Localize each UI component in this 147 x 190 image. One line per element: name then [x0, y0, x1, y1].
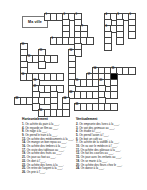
- crossword-grid: 1234567891011121314151617181920212223242…: [15, 14, 141, 116]
- clue-number: 21: [33, 86, 36, 89]
- clue-number: 26: [39, 110, 42, 113]
- clue-number: 9: [51, 38, 52, 41]
- clue-number: 23: [15, 98, 18, 101]
- clue-number: 15: [111, 68, 114, 71]
- void-cell: [135, 110, 141, 116]
- clue-number: 3: [75, 14, 76, 17]
- clue-number: 16: [21, 74, 24, 77]
- clue-number: 20: [99, 80, 102, 83]
- clue-number: 2: [63, 14, 64, 17]
- down-clue-list: 2. On emprunte des livres à la ___.3. On…: [76, 123, 138, 171]
- worksheet-page: Ma ville 1234567891011121314151617181920…: [0, 0, 147, 190]
- across-clue-list: 1. On achète du pain à la ___.4. On rega…: [22, 123, 74, 174]
- clue-number: 19: [75, 80, 78, 83]
- clue-number: 24: [63, 98, 66, 101]
- clue-number: 10: [21, 44, 24, 47]
- clue-number: 12: [69, 50, 72, 53]
- clue-number: 11: [39, 50, 42, 53]
- clue-number: 13: [27, 56, 30, 59]
- clue-number: 4: [105, 14, 106, 17]
- across-clues: Horizontalement 1. On achète du pain à l…: [22, 118, 74, 175]
- clue-number: 14: [93, 68, 96, 71]
- clue-across-26: 26. On prie à l'___.: [22, 171, 74, 174]
- clue-number: 1: [45, 14, 46, 17]
- clue-number: 25: [75, 104, 78, 107]
- clue-number: 5: [117, 14, 118, 17]
- down-clues: Verticalement 2. On emprunte des livres …: [76, 118, 138, 171]
- clue-number: 8: [105, 26, 106, 29]
- clue-number: 17: [87, 74, 90, 77]
- clue-number: 6: [129, 14, 130, 17]
- clue-number: 22: [69, 92, 72, 95]
- clue-down-24: 24. On danse à la ___.: [76, 167, 138, 170]
- clue-number: 7: [81, 26, 82, 29]
- clue-number: 18: [33, 80, 36, 83]
